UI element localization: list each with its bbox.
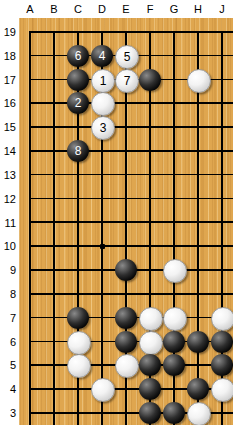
stone-black-E7[interactable] [115, 307, 137, 329]
move-number-label: 7 [124, 75, 131, 87]
row-label-16: 16 [0, 96, 16, 110]
column-label-E: E [122, 2, 129, 16]
row-label-17: 17 [0, 73, 16, 87]
row-label-14: 14 [0, 144, 16, 158]
stone-black-E9[interactable] [115, 259, 137, 281]
stone-black-G3[interactable] [163, 402, 185, 424]
stone-black-F17[interactable] [139, 69, 161, 91]
column-label-C: C [74, 2, 82, 16]
stone-black-C17[interactable] [67, 69, 89, 91]
stone-black-C14-move-8[interactable]: 8 [67, 140, 89, 162]
row-label-19: 19 [0, 25, 16, 39]
stone-black-F3[interactable] [139, 402, 161, 424]
stone-white-F6[interactable] [139, 331, 163, 355]
row-label-11: 11 [0, 216, 16, 230]
move-number-label: 2 [75, 97, 82, 109]
stone-white-C6[interactable] [67, 331, 91, 355]
row-label-3: 3 [0, 406, 16, 420]
stone-white-H3[interactable] [187, 402, 211, 425]
row-label-10: 10 [0, 239, 16, 253]
stone-white-D17-move-1[interactable]: 1 [91, 69, 115, 93]
row-label-4: 4 [0, 382, 16, 396]
stone-white-E17-move-7[interactable]: 7 [115, 69, 139, 93]
move-number-label: 3 [100, 122, 107, 134]
stone-black-J6[interactable] [211, 331, 233, 353]
row-label-18: 18 [0, 49, 16, 63]
column-label-D: D [98, 2, 106, 16]
row-label-9: 9 [0, 263, 16, 277]
stone-black-G6[interactable] [163, 331, 185, 353]
row-label-8: 8 [0, 287, 16, 301]
move-number-label: 8 [75, 145, 82, 157]
row-label-5: 5 [0, 358, 16, 372]
stone-white-H17[interactable] [187, 69, 211, 93]
move-number-label: 1 [100, 75, 107, 87]
column-label-H: H [194, 2, 202, 16]
stone-white-D4[interactable] [91, 378, 115, 402]
row-label-7: 7 [0, 311, 16, 325]
row-label-13: 13 [0, 168, 16, 182]
stone-white-G9[interactable] [163, 259, 187, 283]
row-label-12: 12 [0, 192, 16, 206]
move-number-label: 5 [124, 51, 131, 63]
stone-black-D18-move-4[interactable]: 4 [91, 45, 113, 67]
stone-white-G7[interactable] [163, 307, 187, 331]
go-board-diagram: ABCDEFGHJ191817161514131211109876543 645… [0, 0, 233, 425]
row-label-15: 15 [0, 120, 16, 134]
stone-white-J4[interactable] [211, 378, 233, 402]
column-label-J: J [219, 2, 225, 16]
stone-white-J7[interactable] [211, 307, 233, 331]
column-label-G: G [170, 2, 179, 16]
star-point-D10 [100, 244, 105, 249]
row-label-6: 6 [0, 335, 16, 349]
column-label-A: A [26, 2, 33, 16]
stone-white-E18-move-5[interactable]: 5 [115, 45, 139, 69]
column-label-F: F [147, 2, 154, 16]
move-number-label: 4 [99, 50, 106, 62]
move-number-label: 6 [75, 50, 82, 62]
stone-black-E6[interactable] [115, 331, 137, 353]
stone-black-C7[interactable] [67, 307, 89, 329]
stone-black-H6[interactable] [187, 331, 209, 353]
column-label-B: B [50, 2, 57, 16]
stone-black-C18-move-6[interactable]: 6 [67, 45, 89, 67]
stone-white-F7[interactable] [139, 307, 163, 331]
